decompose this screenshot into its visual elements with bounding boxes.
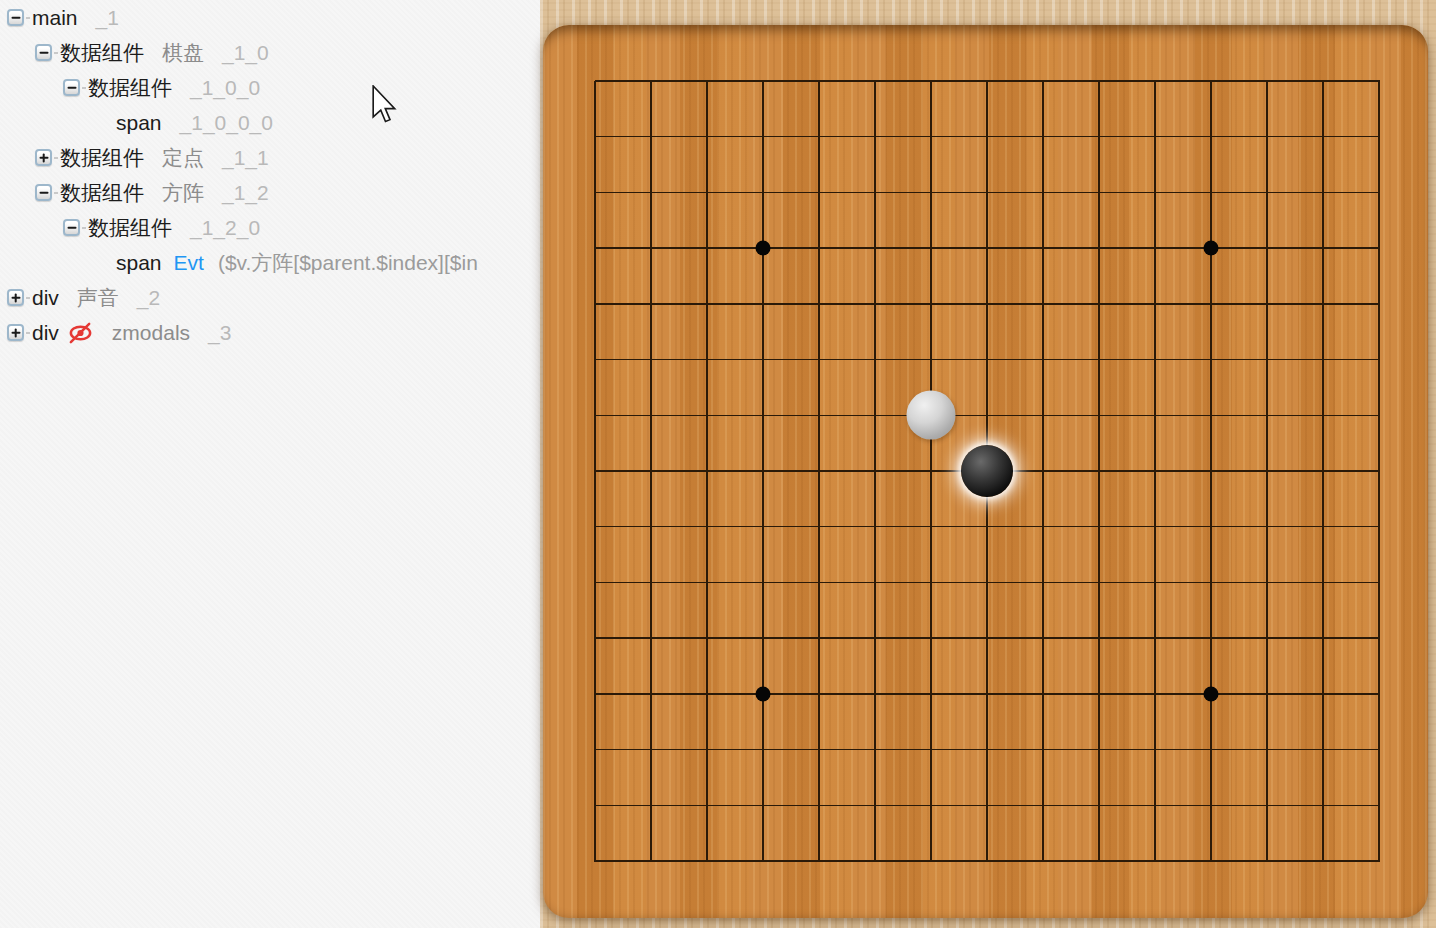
grid-line-vertical <box>1042 81 1043 862</box>
game-area <box>540 0 1436 928</box>
grid-line-vertical <box>1210 81 1211 862</box>
tree-row[interactable]: 数据组件棋盘_1_0 <box>0 35 540 70</box>
node-note-label: 定点 <box>162 140 204 175</box>
tree-connector <box>26 297 30 299</box>
tree-connector <box>82 227 86 229</box>
tree-connector <box>82 87 86 89</box>
node-tag-label: span <box>116 245 162 280</box>
black-stone <box>961 445 1013 497</box>
grid-line-horizontal <box>595 637 1380 638</box>
star-point <box>1204 686 1219 701</box>
component-inspector-panel: main_1数据组件棋盘_1_0数据组件_1_0_0span_1_0_0_0数据… <box>0 0 540 928</box>
node-id-label: _1_1 <box>222 140 269 175</box>
grid-line-horizontal <box>595 749 1380 750</box>
node-id-label: _1_0 <box>222 35 269 70</box>
tree-collapse-icon[interactable] <box>63 79 80 96</box>
node-tag-label: div <box>32 315 59 350</box>
tree-row[interactable]: divzmodals_3 <box>0 315 540 350</box>
grid-line-vertical <box>1154 81 1155 862</box>
tree-row[interactable]: 数据组件_1_2_0 <box>0 210 540 245</box>
visibility-off-icon[interactable] <box>67 321 94 345</box>
tree-collapse-icon[interactable] <box>63 219 80 236</box>
grid-line-vertical <box>1378 81 1379 862</box>
grid-line-horizontal <box>595 805 1380 806</box>
tree-row[interactable]: 数据组件定点_1_1 <box>0 140 540 175</box>
node-id-label: _2 <box>137 280 160 315</box>
tree-row[interactable]: 数据组件方阵_1_2 <box>0 175 540 210</box>
node-id-label: _1_0_0_0 <box>180 105 273 140</box>
node-id-label: _1_2 <box>222 175 269 210</box>
tree-expand-icon[interactable] <box>7 324 24 341</box>
tree-connector <box>54 192 58 194</box>
grid-line-vertical <box>1098 81 1099 862</box>
white-stone <box>907 391 956 440</box>
node-tag-label: 数据组件 <box>60 175 144 210</box>
tree-row[interactable]: div声音_2 <box>0 280 540 315</box>
node-id-label: _1_0_0 <box>190 70 260 105</box>
tree-collapse-icon[interactable] <box>35 44 52 61</box>
node-note-label: 方阵 <box>162 175 204 210</box>
tree-connector <box>54 157 58 159</box>
grid-line-vertical <box>1322 81 1323 862</box>
star-point <box>1204 241 1219 256</box>
node-tag-label: main <box>32 0 78 35</box>
event-expression: ($v.方阵[$parent.$index][$in <box>218 245 478 280</box>
node-tag-label: 数据组件 <box>60 35 144 70</box>
node-id-label: _1 <box>96 0 119 35</box>
tree-collapse-icon[interactable] <box>7 9 24 26</box>
node-note-label: 棋盘 <box>162 35 204 70</box>
tree-row[interactable]: 数据组件_1_0_0 <box>0 70 540 105</box>
node-id-label: _3 <box>208 315 231 350</box>
node-note-label: zmodals <box>112 315 190 350</box>
grid-line-horizontal <box>595 860 1380 861</box>
star-point <box>756 686 771 701</box>
tree-row[interactable]: spanEvt($v.方阵[$parent.$index][$in <box>0 245 540 280</box>
tree-collapse-icon[interactable] <box>35 184 52 201</box>
tree-connector <box>26 332 30 334</box>
tree-row[interactable]: main_1 <box>0 0 540 35</box>
node-tag-label: 数据组件 <box>60 140 144 175</box>
grid-line-horizontal <box>595 693 1380 694</box>
tree-connector <box>54 52 58 54</box>
node-tag-label: 数据组件 <box>88 210 172 245</box>
tree-row[interactable]: span_1_0_0_0 <box>0 105 540 140</box>
node-tag-label: div <box>32 280 59 315</box>
grid-line-horizontal <box>595 526 1380 527</box>
component-tree: main_1数据组件棋盘_1_0数据组件_1_0_0span_1_0_0_0数据… <box>0 0 540 350</box>
node-tag-label: 数据组件 <box>88 70 172 105</box>
board-grid <box>595 81 1379 861</box>
tree-expand-icon[interactable] <box>7 289 24 306</box>
node-id-label: _1_2_0 <box>190 210 260 245</box>
event-badge: Evt <box>174 245 204 280</box>
node-note-label: 声音 <box>77 280 119 315</box>
grid-line-vertical <box>1266 81 1267 862</box>
grid-line-horizontal <box>595 582 1380 583</box>
star-point <box>756 241 771 256</box>
tree-connector <box>26 17 30 19</box>
tree-expand-icon[interactable] <box>35 149 52 166</box>
gomoku-board[interactable] <box>543 25 1428 918</box>
node-tag-label: span <box>116 105 162 140</box>
